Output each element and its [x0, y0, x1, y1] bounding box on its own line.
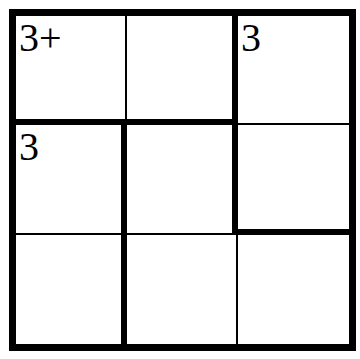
cell-r2c3[interactable] [238, 125, 349, 234]
cage-clue: 3 [241, 17, 261, 59]
cell-r2c2[interactable] [127, 125, 238, 234]
cage-clue: 3 [19, 126, 39, 168]
cell-r3c3[interactable] [238, 235, 349, 344]
kenken-board: 3+ 3 3 [9, 9, 356, 351]
cell-r1c2[interactable] [127, 16, 238, 125]
puzzle-page: 3+ 3 3 [0, 0, 360, 359]
cell-r2c1[interactable]: 3 [16, 125, 127, 234]
cell-r3c2[interactable] [127, 235, 238, 344]
cage-clue: 3+ [19, 17, 62, 59]
cell-r1c3[interactable]: 3 [238, 16, 349, 125]
kenken-grid: 3+ 3 3 [16, 16, 349, 344]
cell-r1c1[interactable]: 3+ [16, 16, 127, 125]
cell-r3c1[interactable] [16, 235, 127, 344]
